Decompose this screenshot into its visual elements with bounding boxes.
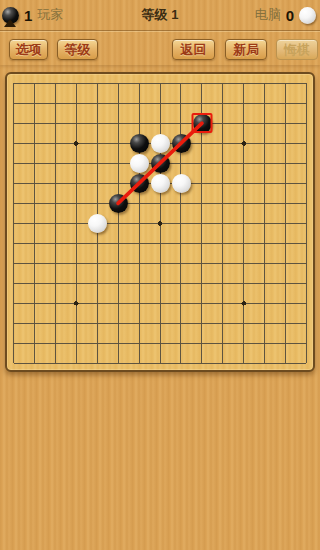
board-cell bbox=[171, 173, 192, 193]
board-cell bbox=[129, 133, 150, 153]
player-label: 玩家 bbox=[37, 6, 63, 24]
stone-black bbox=[130, 174, 149, 193]
white-stone-icon bbox=[299, 7, 316, 24]
stone-white bbox=[151, 134, 170, 153]
back-button[interactable]: 返回 bbox=[172, 39, 215, 60]
new-game-button[interactable]: 新局 bbox=[225, 39, 267, 60]
gomoku-board[interactable] bbox=[5, 72, 315, 372]
board-cell bbox=[129, 153, 150, 173]
stone-white bbox=[130, 154, 149, 173]
undo-button: 悔棋 bbox=[276, 39, 318, 60]
stone-black bbox=[172, 134, 191, 153]
stone-white bbox=[88, 214, 107, 233]
app-screen: 等级 1 1 玩家 电脑 0 选项 等级 返回 新局 悔棋 bbox=[0, 0, 320, 550]
board-cell bbox=[87, 213, 108, 233]
computer-info: 电脑 0 bbox=[255, 0, 316, 30]
stone-black bbox=[130, 134, 149, 153]
board-cell bbox=[171, 133, 192, 153]
last-move-marker bbox=[192, 113, 213, 133]
toolbar: 选项 等级 返回 新局 悔棋 bbox=[0, 31, 320, 65]
level-button[interactable]: 等级 bbox=[57, 39, 98, 60]
board-grid[interactable] bbox=[3, 73, 318, 374]
options-button[interactable]: 选项 bbox=[9, 39, 48, 60]
turn-indicator-icon bbox=[4, 19, 16, 27]
player-score: 1 bbox=[24, 7, 32, 24]
stone-black bbox=[151, 154, 170, 173]
stone-black bbox=[109, 194, 128, 213]
board-cell bbox=[192, 113, 213, 133]
board-cell bbox=[150, 133, 171, 153]
board-cell bbox=[129, 173, 150, 193]
stone-white bbox=[172, 174, 191, 193]
top-bar: 等级 1 1 玩家 电脑 0 bbox=[0, 0, 320, 31]
computer-label: 电脑 bbox=[255, 6, 281, 24]
computer-score: 0 bbox=[286, 7, 294, 24]
board-cell bbox=[108, 193, 129, 213]
board-cell bbox=[150, 173, 171, 193]
board-cell bbox=[150, 153, 171, 173]
stone-white bbox=[151, 174, 170, 193]
